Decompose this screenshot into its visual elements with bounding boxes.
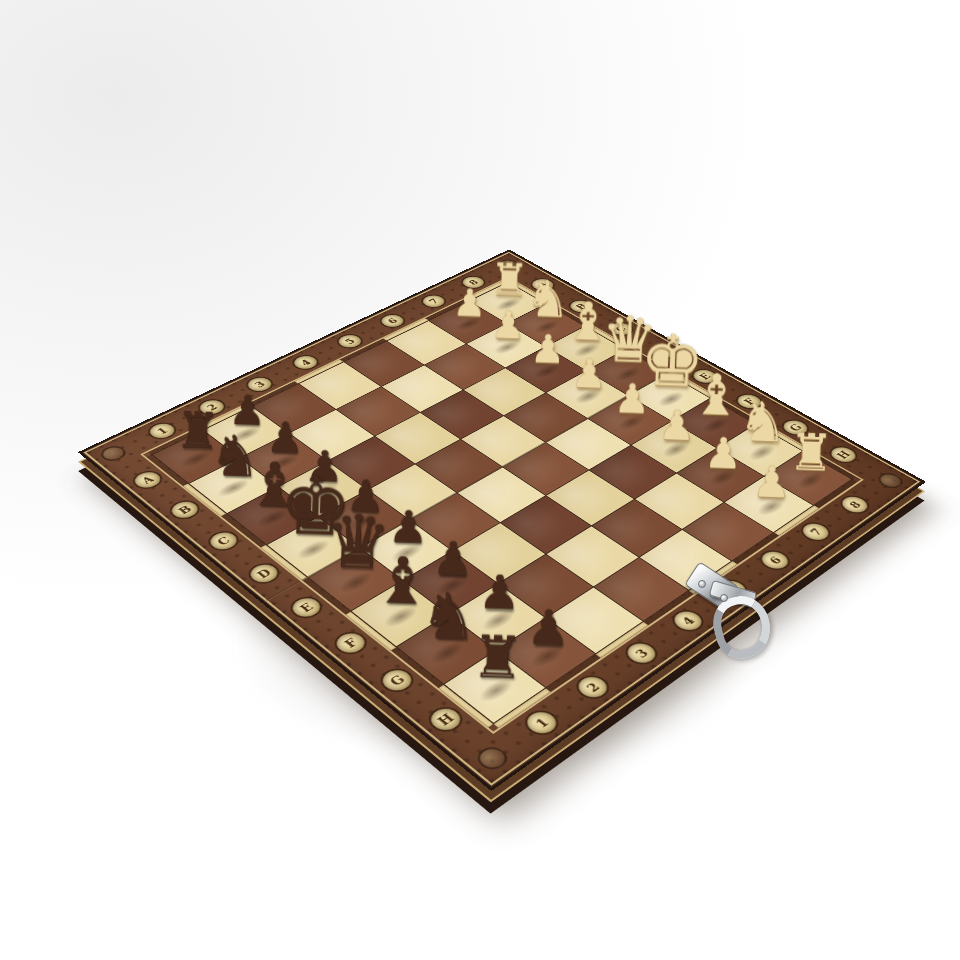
piece-light-pawn-h7: ♟ — [752, 460, 792, 504]
piece-dark-pawn-f2: ♟ — [432, 536, 475, 583]
piece-dark-knight-g1: ♞ — [419, 584, 478, 650]
piece-dark-rook-h1: ♜ — [470, 627, 524, 687]
piece-dark-pawn-g2: ♟ — [478, 569, 522, 617]
clasp-screw — [698, 580, 706, 588]
metal-clasp — [658, 562, 798, 677]
piece-dark-pawn-h2: ♟ — [526, 604, 571, 653]
clasp-screw — [720, 594, 728, 602]
photo-canvas: 12345678 12345678 ABCDEFGH ABCDEFGH ♜♞♟♝… — [0, 0, 960, 960]
